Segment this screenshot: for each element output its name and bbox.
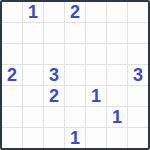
empty-cell-r3c4[interactable] xyxy=(65,44,85,64)
empty-cell-r2c7[interactable] xyxy=(128,23,148,43)
empty-cell-r6c5[interactable] xyxy=(86,107,106,127)
empty-cell-r7c6[interactable] xyxy=(107,128,127,148)
empty-cell-r2c4[interactable] xyxy=(65,23,85,43)
empty-cell-r6c2[interactable] xyxy=(23,107,43,127)
empty-cell-r1c1[interactable] xyxy=(2,2,22,22)
minesweeper-board: 122332111 xyxy=(0,0,150,150)
empty-cell-r3c5[interactable] xyxy=(86,44,106,64)
empty-cell-r5c1[interactable] xyxy=(2,86,22,106)
empty-cell-r1c6[interactable] xyxy=(107,2,127,22)
empty-cell-r3c1[interactable] xyxy=(2,44,22,64)
empty-cell-r1c5[interactable] xyxy=(86,2,106,22)
empty-cell-r7c5[interactable] xyxy=(86,128,106,148)
empty-cell-r5c7[interactable] xyxy=(128,86,148,106)
clue-cell-r1c4: 2 xyxy=(65,2,85,22)
empty-cell-r2c2[interactable] xyxy=(23,23,43,43)
empty-cell-r1c7[interactable] xyxy=(128,2,148,22)
empty-cell-r6c3[interactable] xyxy=(44,107,64,127)
empty-cell-r3c6[interactable] xyxy=(107,44,127,64)
empty-cell-r4c4[interactable] xyxy=(65,65,85,85)
empty-cell-r6c7[interactable] xyxy=(128,107,148,127)
empty-cell-r6c1[interactable] xyxy=(2,107,22,127)
puzzle-stage: 122332111 xyxy=(0,0,150,150)
clue-cell-r5c5: 1 xyxy=(86,86,106,106)
clue-cell-r7c4: 1 xyxy=(65,128,85,148)
empty-cell-r7c1[interactable] xyxy=(2,128,22,148)
empty-cell-r7c3[interactable] xyxy=(44,128,64,148)
empty-cell-r2c3[interactable] xyxy=(44,23,64,43)
clue-cell-r4c1: 2 xyxy=(2,65,22,85)
clue-cell-r5c3: 2 xyxy=(44,86,64,106)
empty-cell-r3c7[interactable] xyxy=(128,44,148,64)
empty-cell-r4c6[interactable] xyxy=(107,65,127,85)
empty-cell-r2c6[interactable] xyxy=(107,23,127,43)
empty-cell-r7c7[interactable] xyxy=(128,128,148,148)
empty-cell-r3c3[interactable] xyxy=(44,44,64,64)
empty-cell-r6c4[interactable] xyxy=(65,107,85,127)
clue-cell-r4c7: 3 xyxy=(128,65,148,85)
empty-cell-r1c3[interactable] xyxy=(44,2,64,22)
empty-cell-r5c2[interactable] xyxy=(23,86,43,106)
empty-cell-r4c5[interactable] xyxy=(86,65,106,85)
empty-cell-r4c2[interactable] xyxy=(23,65,43,85)
empty-cell-r3c2[interactable] xyxy=(23,44,43,64)
empty-cell-r2c1[interactable] xyxy=(2,23,22,43)
clue-cell-r1c2: 1 xyxy=(23,2,43,22)
clue-cell-r6c6: 1 xyxy=(107,107,127,127)
empty-cell-r7c2[interactable] xyxy=(23,128,43,148)
empty-cell-r2c5[interactable] xyxy=(86,23,106,43)
empty-cell-r5c6[interactable] xyxy=(107,86,127,106)
empty-cell-r5c4[interactable] xyxy=(65,86,85,106)
clue-cell-r4c3: 3 xyxy=(44,65,64,85)
